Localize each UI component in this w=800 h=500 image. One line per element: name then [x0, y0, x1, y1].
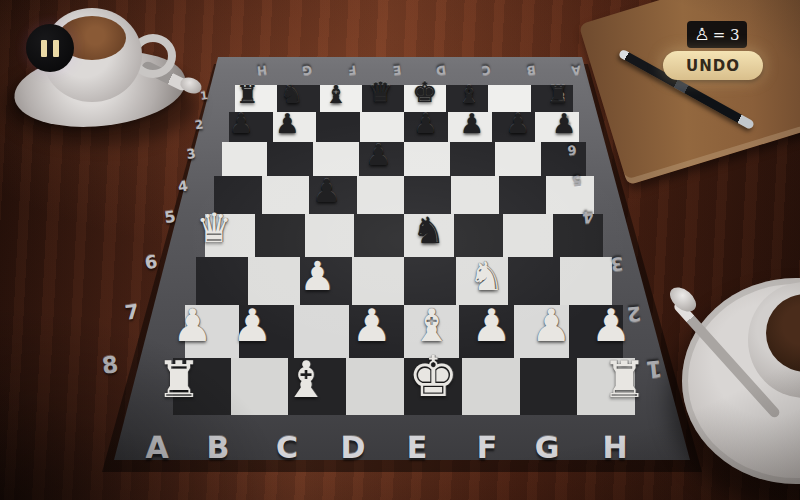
square-b6[interactable] — [267, 142, 313, 176]
piece-black-knight-b8[interactable]: ♞ — [281, 82, 303, 107]
square-a3[interactable] — [196, 257, 248, 305]
piece-black-pawn-g7[interactable]: ♟ — [506, 110, 530, 137]
square-f1[interactable] — [462, 358, 520, 415]
square-h5[interactable] — [546, 176, 593, 214]
piece-black-pawn-f7[interactable]: ♟ — [460, 110, 484, 137]
undo-button[interactable]: UNDO — [663, 51, 763, 80]
square-e6[interactable] — [404, 142, 450, 176]
piece-black-pawn-e7[interactable]: ♟ — [414, 110, 438, 137]
piece-black-bishop-f8[interactable]: ♝ — [458, 82, 480, 107]
square-f6[interactable] — [450, 142, 496, 176]
pause-icon — [53, 40, 59, 57]
square-b1[interactable] — [231, 358, 289, 415]
square-d5[interactable] — [357, 176, 404, 214]
square-d3[interactable] — [352, 257, 404, 305]
pause-icon — [41, 40, 47, 57]
square-h4[interactable] — [553, 214, 603, 257]
piece-white-pawn-a2[interactable]: ♟ — [172, 303, 212, 348]
piece-black-king-e8[interactable]: ♚ — [412, 79, 437, 107]
square-b4[interactable] — [255, 214, 305, 257]
square-c4[interactable] — [305, 214, 355, 257]
square-e5[interactable] — [404, 176, 451, 214]
piece-black-pawn-c5[interactable]: ♟ — [312, 175, 341, 207]
square-b5[interactable] — [262, 176, 309, 214]
square-f5[interactable] — [451, 176, 498, 214]
piece-black-rook-a8[interactable]: ♜ — [236, 82, 258, 107]
pause-button[interactable] — [26, 24, 74, 72]
piece-black-pawn-d6[interactable]: ♟ — [365, 141, 391, 170]
piece-black-rook-h8[interactable]: ♜ — [547, 82, 569, 107]
square-c7[interactable] — [316, 112, 360, 142]
piece-white-bishop-c1[interactable]: ♝ — [284, 355, 329, 405]
square-g4[interactable] — [503, 214, 553, 257]
piece-white-pawn-c3[interactable]: ♟ — [300, 256, 336, 296]
piece-black-queen-d8[interactable]: ♛ — [368, 79, 393, 107]
board-rank-1 — [173, 358, 636, 415]
piece-black-bishop-c8[interactable]: ♝ — [325, 82, 347, 107]
piece-white-pawn-b2[interactable]: ♟ — [232, 303, 272, 348]
square-h6[interactable] — [541, 142, 587, 176]
piece-white-pawn-d2[interactable]: ♟ — [352, 303, 392, 348]
board-rank-6 — [222, 142, 586, 176]
piece-white-bishop-e2[interactable]: ♝ — [411, 303, 451, 348]
board-rank-3 — [196, 257, 613, 305]
square-b3[interactable] — [248, 257, 300, 305]
piece-white-rook-h1[interactable]: ♜ — [602, 355, 647, 405]
material-indicator: ♙ = 3 — [687, 21, 747, 48]
piece-black-pawn-h7[interactable]: ♟ — [552, 110, 576, 137]
piece-black-pawn-a7[interactable]: ♟ — [229, 110, 253, 137]
square-d4[interactable] — [354, 214, 404, 257]
square-g3[interactable] — [508, 257, 560, 305]
piece-black-pawn-b7[interactable]: ♟ — [275, 110, 299, 137]
chess-3d-app: 1234567887654321HGFEDCBAABCDEFGH ♜♝♚♜♟♟♟… — [0, 0, 800, 500]
piece-white-king-e1[interactable]: ♚ — [408, 349, 458, 405]
square-e3[interactable] — [404, 257, 456, 305]
square-a6[interactable] — [222, 142, 268, 176]
square-g5[interactable] — [499, 176, 546, 214]
board-rank-4 — [205, 214, 602, 257]
square-d1[interactable] — [346, 358, 404, 415]
square-f4[interactable] — [454, 214, 504, 257]
piece-white-pawn-h2[interactable]: ♟ — [591, 303, 631, 348]
piece-white-pawn-f2[interactable]: ♟ — [471, 303, 511, 348]
square-g6[interactable] — [495, 142, 541, 176]
white-pawn-icon: ♙ — [694, 26, 709, 43]
board-rank-5 — [214, 176, 594, 214]
piece-white-knight-f3[interactable]: ♞ — [468, 256, 504, 296]
material-value: = 3 — [713, 26, 740, 44]
piece-white-queen-a4[interactable]: ♛ — [196, 209, 232, 249]
square-c6[interactable] — [313, 142, 359, 176]
piece-white-rook-a1[interactable]: ♜ — [156, 355, 201, 405]
square-g1[interactable] — [520, 358, 578, 415]
square-h3[interactable] — [560, 257, 612, 305]
piece-white-pawn-g2[interactable]: ♟ — [531, 303, 571, 348]
piece-black-knight-e4[interactable]: ♞ — [413, 213, 445, 249]
